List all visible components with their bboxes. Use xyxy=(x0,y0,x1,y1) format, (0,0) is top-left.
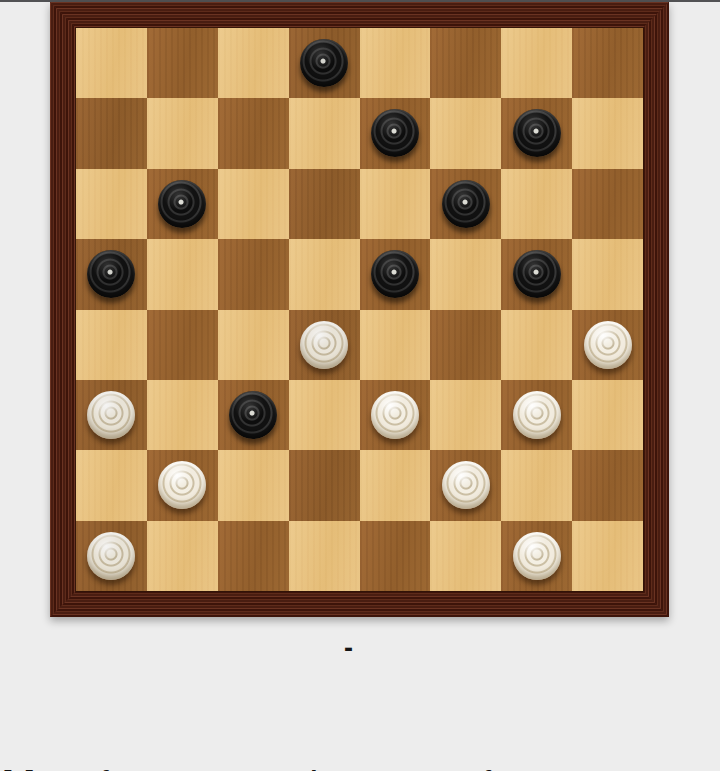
square-g7[interactable] xyxy=(501,98,572,168)
square-a3[interactable] xyxy=(76,380,147,450)
square-c1[interactable] xyxy=(218,521,289,591)
square-f5 xyxy=(430,239,501,309)
square-a2 xyxy=(76,450,147,520)
white-checker-f2[interactable] xyxy=(442,461,490,509)
square-e6 xyxy=(360,169,431,239)
frame-right xyxy=(643,2,669,617)
square-d8[interactable] xyxy=(289,28,360,98)
move-notation: [#] 1.g3-f4 e5xg3xe1 2.g1-h2 c3xe5 3.e3-… xyxy=(3,693,717,771)
square-b7 xyxy=(147,98,218,168)
square-g8 xyxy=(501,28,572,98)
square-g4 xyxy=(501,310,572,380)
square-h1 xyxy=(572,521,643,591)
square-h6[interactable] xyxy=(572,169,643,239)
square-e5[interactable] xyxy=(360,239,431,309)
square-e2 xyxy=(360,450,431,520)
square-f3 xyxy=(430,380,501,450)
black-checker-a5[interactable] xyxy=(87,250,135,298)
white-checker-h4[interactable] xyxy=(584,321,632,369)
square-b4[interactable] xyxy=(147,310,218,380)
frame-left xyxy=(50,2,76,617)
square-e8 xyxy=(360,28,431,98)
black-checker-e5[interactable] xyxy=(371,250,419,298)
square-d1 xyxy=(289,521,360,591)
square-g2 xyxy=(501,450,572,520)
square-d5 xyxy=(289,239,360,309)
checkers-board[interactable] xyxy=(76,28,643,591)
square-c2 xyxy=(218,450,289,520)
square-f1 xyxy=(430,521,501,591)
white-checker-e3[interactable] xyxy=(371,391,419,439)
square-g3[interactable] xyxy=(501,380,572,450)
app-screen: - [#] 1.g3-f4 e5xg3xe1 2.g1-h2 c3xe5 3.e… xyxy=(0,0,720,771)
square-b8[interactable] xyxy=(147,28,218,98)
square-e1[interactable] xyxy=(360,521,431,591)
black-checker-c3[interactable] xyxy=(229,391,277,439)
white-checker-d4[interactable] xyxy=(300,321,348,369)
black-checker-d8[interactable] xyxy=(300,39,348,87)
black-checker-b6[interactable] xyxy=(158,180,206,228)
square-h8[interactable] xyxy=(572,28,643,98)
square-d2[interactable] xyxy=(289,450,360,520)
square-f8[interactable] xyxy=(430,28,501,98)
square-a1[interactable] xyxy=(76,521,147,591)
square-d4[interactable] xyxy=(289,310,360,380)
square-c3[interactable] xyxy=(218,380,289,450)
square-b2[interactable] xyxy=(147,450,218,520)
white-checker-a3[interactable] xyxy=(87,391,135,439)
black-checker-g7[interactable] xyxy=(513,109,561,157)
black-checker-f6[interactable] xyxy=(442,180,490,228)
square-d3 xyxy=(289,380,360,450)
square-b1 xyxy=(147,521,218,591)
square-d7 xyxy=(289,98,360,168)
move-notation-line1: [#] 1.g3-f4 e5xg3xe1 2.g1-h2 c3xe5 3.e3-… xyxy=(3,763,717,771)
square-e3[interactable] xyxy=(360,380,431,450)
square-a6 xyxy=(76,169,147,239)
square-f4[interactable] xyxy=(430,310,501,380)
square-f7 xyxy=(430,98,501,168)
square-g1[interactable] xyxy=(501,521,572,591)
white-checker-g3[interactable] xyxy=(513,391,561,439)
white-checker-b2[interactable] xyxy=(158,461,206,509)
square-a5[interactable] xyxy=(76,239,147,309)
square-a4 xyxy=(76,310,147,380)
square-c5[interactable] xyxy=(218,239,289,309)
square-g6 xyxy=(501,169,572,239)
square-c7[interactable] xyxy=(218,98,289,168)
square-h5 xyxy=(572,239,643,309)
move-indicator-dash: - xyxy=(0,633,697,663)
square-b6[interactable] xyxy=(147,169,218,239)
square-c6 xyxy=(218,169,289,239)
square-b3 xyxy=(147,380,218,450)
square-f2[interactable] xyxy=(430,450,501,520)
square-h7 xyxy=(572,98,643,168)
black-checker-g5[interactable] xyxy=(513,250,561,298)
square-c8 xyxy=(218,28,289,98)
square-h4[interactable] xyxy=(572,310,643,380)
square-a8 xyxy=(76,28,147,98)
white-checker-a1[interactable] xyxy=(87,532,135,580)
square-e7[interactable] xyxy=(360,98,431,168)
square-g5[interactable] xyxy=(501,239,572,309)
square-c4 xyxy=(218,310,289,380)
square-h3 xyxy=(572,380,643,450)
square-f6[interactable] xyxy=(430,169,501,239)
square-b5 xyxy=(147,239,218,309)
frame-top xyxy=(50,2,669,28)
white-checker-g1[interactable] xyxy=(513,532,561,580)
black-checker-e7[interactable] xyxy=(371,109,419,157)
square-a7[interactable] xyxy=(76,98,147,168)
checkers-board-frame xyxy=(50,2,669,617)
square-h2[interactable] xyxy=(572,450,643,520)
square-e4 xyxy=(360,310,431,380)
frame-bottom xyxy=(50,591,669,617)
square-d6[interactable] xyxy=(289,169,360,239)
